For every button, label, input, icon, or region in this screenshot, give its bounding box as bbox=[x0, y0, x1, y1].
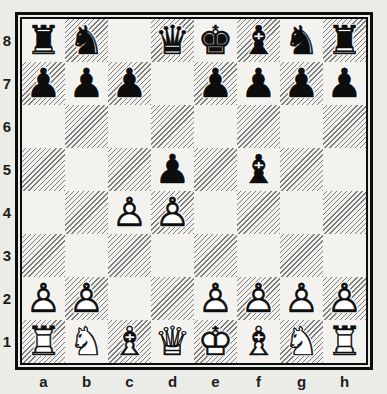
square-e6[interactable] bbox=[194, 105, 237, 148]
square-g3[interactable] bbox=[280, 234, 323, 277]
square-b6[interactable] bbox=[65, 105, 108, 148]
black-pawn-b7[interactable]: ♟ bbox=[65, 62, 108, 105]
black-piece-fill-glyph: ♜ bbox=[323, 18, 366, 61]
white-pawn-a2[interactable]: ♟♙ bbox=[22, 277, 65, 320]
square-f1[interactable]: ♝♗ bbox=[237, 320, 280, 363]
square-f6[interactable] bbox=[237, 105, 280, 148]
black-queen-d8[interactable]: ♛ bbox=[151, 19, 194, 62]
square-a6[interactable] bbox=[22, 105, 65, 148]
board-grid: ♜♞♛♚♝♞♜♟♟♟♟♟♟♟♟♝♟♙♟♙♟♙♟♙♟♙♟♙♟♙♟♙♜♖♞♘♝♗♛♕… bbox=[20, 17, 368, 365]
square-a3[interactable] bbox=[22, 234, 65, 277]
rank-label-4: 4 bbox=[0, 191, 14, 234]
square-h4[interactable] bbox=[323, 191, 366, 234]
white-piece-outline-glyph: ♙ bbox=[280, 276, 323, 319]
black-bishop-f8[interactable]: ♝ bbox=[237, 19, 280, 62]
white-queen-d1[interactable]: ♛♕ bbox=[151, 320, 194, 363]
black-piece-fill-glyph: ♟ bbox=[237, 61, 280, 104]
white-pawn-h2[interactable]: ♟♙ bbox=[323, 277, 366, 320]
white-king-e1[interactable]: ♚♔ bbox=[194, 320, 237, 363]
white-bishop-c1[interactable]: ♝♗ bbox=[108, 320, 151, 363]
square-a8[interactable]: ♜ bbox=[22, 19, 65, 62]
square-c8[interactable] bbox=[108, 19, 151, 62]
black-pawn-h7[interactable]: ♟ bbox=[323, 62, 366, 105]
black-piece-fill-glyph: ♟ bbox=[108, 61, 151, 104]
square-c5[interactable] bbox=[108, 148, 151, 191]
white-piece-outline-glyph: ♗ bbox=[237, 319, 280, 362]
square-g8[interactable]: ♞ bbox=[280, 19, 323, 62]
file-label-h: h bbox=[323, 371, 366, 392]
white-piece-outline-glyph: ♙ bbox=[194, 276, 237, 319]
square-d7[interactable] bbox=[151, 62, 194, 105]
square-h6[interactable] bbox=[323, 105, 366, 148]
rank-label-6: 6 bbox=[0, 105, 14, 148]
black-piece-fill-glyph: ♛ bbox=[151, 18, 194, 61]
file-label-b: b bbox=[65, 371, 108, 392]
square-e4[interactable] bbox=[194, 191, 237, 234]
rank-label-7: 7 bbox=[0, 62, 14, 105]
black-piece-fill-glyph: ♟ bbox=[151, 147, 194, 190]
black-piece-fill-glyph: ♟ bbox=[65, 61, 108, 104]
white-piece-outline-glyph: ♖ bbox=[323, 319, 366, 362]
white-knight-g1[interactable]: ♞♘ bbox=[280, 320, 323, 363]
black-pawn-a7[interactable]: ♟ bbox=[22, 62, 65, 105]
square-e3[interactable] bbox=[194, 234, 237, 277]
square-e2[interactable]: ♟♙ bbox=[194, 277, 237, 320]
square-a4[interactable] bbox=[22, 191, 65, 234]
square-b2[interactable]: ♟♙ bbox=[65, 277, 108, 320]
white-piece-outline-glyph: ♙ bbox=[22, 276, 65, 319]
square-d1[interactable]: ♛♕ bbox=[151, 320, 194, 363]
black-piece-fill-glyph: ♟ bbox=[323, 61, 366, 104]
black-pawn-f7[interactable]: ♟ bbox=[237, 62, 280, 105]
black-piece-fill-glyph: ♟ bbox=[280, 61, 323, 104]
white-piece-outline-glyph: ♘ bbox=[280, 319, 323, 362]
square-f4[interactable] bbox=[237, 191, 280, 234]
square-g4[interactable] bbox=[280, 191, 323, 234]
square-f8[interactable]: ♝ bbox=[237, 19, 280, 62]
white-piece-outline-glyph: ♘ bbox=[65, 319, 108, 362]
rank-labels: 87654321 bbox=[0, 19, 14, 363]
rank-label-5: 5 bbox=[0, 148, 14, 191]
file-label-d: d bbox=[151, 371, 194, 392]
white-piece-outline-glyph: ♔ bbox=[194, 319, 237, 362]
white-piece-outline-glyph: ♖ bbox=[22, 319, 65, 362]
square-c3[interactable] bbox=[108, 234, 151, 277]
file-label-e: e bbox=[194, 371, 237, 392]
white-knight-b1[interactable]: ♞♘ bbox=[65, 320, 108, 363]
black-pawn-c7[interactable]: ♟ bbox=[108, 62, 151, 105]
square-g6[interactable] bbox=[280, 105, 323, 148]
white-piece-outline-glyph: ♙ bbox=[237, 276, 280, 319]
black-rook-h8[interactable]: ♜ bbox=[323, 19, 366, 62]
square-f3[interactable] bbox=[237, 234, 280, 277]
rank-label-1: 1 bbox=[0, 320, 14, 363]
white-pawn-b2[interactable]: ♟♙ bbox=[65, 277, 108, 320]
chess-board: ♜♞♛♚♝♞♜♟♟♟♟♟♟♟♟♝♟♙♟♙♟♙♟♙♟♙♟♙♟♙♟♙♜♖♞♘♝♗♛♕… bbox=[15, 12, 373, 370]
white-rook-h1[interactable]: ♜♖ bbox=[323, 320, 366, 363]
black-knight-g8[interactable]: ♞ bbox=[280, 19, 323, 62]
square-c4[interactable]: ♟♙ bbox=[108, 191, 151, 234]
white-piece-outline-glyph: ♙ bbox=[108, 190, 151, 233]
square-g1[interactable]: ♞♘ bbox=[280, 320, 323, 363]
black-bishop-f5[interactable]: ♝ bbox=[237, 148, 280, 191]
file-label-a: a bbox=[22, 371, 65, 392]
white-pawn-d4[interactable]: ♟♙ bbox=[151, 191, 194, 234]
square-a2[interactable]: ♟♙ bbox=[22, 277, 65, 320]
square-c2[interactable] bbox=[108, 277, 151, 320]
square-b7[interactable]: ♟ bbox=[65, 62, 108, 105]
file-label-g: g bbox=[280, 371, 323, 392]
white-pawn-e2[interactable]: ♟♙ bbox=[194, 277, 237, 320]
black-pawn-d5[interactable]: ♟ bbox=[151, 148, 194, 191]
chess-diagram: 87654321 ♜♞♛♚♝♞♜♟♟♟♟♟♟♟♟♝♟♙♟♙♟♙♟♙♟♙♟♙♟♙♟… bbox=[0, 0, 387, 394]
white-pawn-c4[interactable]: ♟♙ bbox=[108, 191, 151, 234]
square-c6[interactable] bbox=[108, 105, 151, 148]
black-pawn-e7[interactable]: ♟ bbox=[194, 62, 237, 105]
square-b1[interactable]: ♞♘ bbox=[65, 320, 108, 363]
black-piece-fill-glyph: ♜ bbox=[22, 18, 65, 61]
square-a5[interactable] bbox=[22, 148, 65, 191]
file-labels: abcdefgh bbox=[22, 371, 366, 392]
black-rook-a8[interactable]: ♜ bbox=[22, 19, 65, 62]
white-rook-a1[interactable]: ♜♖ bbox=[22, 320, 65, 363]
white-pawn-f2[interactable]: ♟♙ bbox=[237, 277, 280, 320]
square-d6[interactable] bbox=[151, 105, 194, 148]
square-h2[interactable]: ♟♙ bbox=[323, 277, 366, 320]
black-piece-fill-glyph: ♞ bbox=[280, 18, 323, 61]
black-knight-b8[interactable]: ♞ bbox=[65, 19, 108, 62]
square-a1[interactable]: ♜♖ bbox=[22, 320, 65, 363]
white-pawn-g2[interactable]: ♟♙ bbox=[280, 277, 323, 320]
square-h7[interactable]: ♟ bbox=[323, 62, 366, 105]
white-bishop-f1[interactable]: ♝♗ bbox=[237, 320, 280, 363]
black-pawn-g7[interactable]: ♟ bbox=[280, 62, 323, 105]
square-f7[interactable]: ♟ bbox=[237, 62, 280, 105]
square-b8[interactable]: ♞ bbox=[65, 19, 108, 62]
black-piece-fill-glyph: ♚ bbox=[194, 18, 237, 61]
square-d4[interactable]: ♟♙ bbox=[151, 191, 194, 234]
square-f5[interactable]: ♝ bbox=[237, 148, 280, 191]
square-e5[interactable] bbox=[194, 148, 237, 191]
square-f2[interactable]: ♟♙ bbox=[237, 277, 280, 320]
square-h5[interactable] bbox=[323, 148, 366, 191]
square-d2[interactable] bbox=[151, 277, 194, 320]
square-g2[interactable]: ♟♙ bbox=[280, 277, 323, 320]
square-b5[interactable] bbox=[65, 148, 108, 191]
black-piece-fill-glyph: ♟ bbox=[22, 61, 65, 104]
square-d8[interactable]: ♛ bbox=[151, 19, 194, 62]
square-b3[interactable] bbox=[65, 234, 108, 277]
white-piece-outline-glyph: ♙ bbox=[151, 190, 194, 233]
black-piece-fill-glyph: ♞ bbox=[65, 18, 108, 61]
square-h3[interactable] bbox=[323, 234, 366, 277]
black-king-e8[interactable]: ♚ bbox=[194, 19, 237, 62]
black-piece-fill-glyph: ♟ bbox=[194, 61, 237, 104]
square-h8[interactable]: ♜ bbox=[323, 19, 366, 62]
square-g5[interactable] bbox=[280, 148, 323, 191]
square-d3[interactable] bbox=[151, 234, 194, 277]
white-piece-outline-glyph: ♙ bbox=[323, 276, 366, 319]
rank-label-8: 8 bbox=[0, 19, 14, 62]
white-piece-outline-glyph: ♕ bbox=[151, 319, 194, 362]
square-c7[interactable]: ♟ bbox=[108, 62, 151, 105]
square-e8[interactable]: ♚ bbox=[194, 19, 237, 62]
square-c1[interactable]: ♝♗ bbox=[108, 320, 151, 363]
white-piece-outline-glyph: ♙ bbox=[65, 276, 108, 319]
rank-label-3: 3 bbox=[0, 234, 14, 277]
file-label-f: f bbox=[237, 371, 280, 392]
rank-label-2: 2 bbox=[0, 277, 14, 320]
black-piece-fill-glyph: ♝ bbox=[237, 18, 280, 61]
square-e7[interactable]: ♟ bbox=[194, 62, 237, 105]
square-g7[interactable]: ♟ bbox=[280, 62, 323, 105]
square-b4[interactable] bbox=[65, 191, 108, 234]
square-a7[interactable]: ♟ bbox=[22, 62, 65, 105]
square-h1[interactable]: ♜♖ bbox=[323, 320, 366, 363]
file-label-c: c bbox=[108, 371, 151, 392]
black-piece-fill-glyph: ♝ bbox=[237, 147, 280, 190]
square-d5[interactable]: ♟ bbox=[151, 148, 194, 191]
square-e1[interactable]: ♚♔ bbox=[194, 320, 237, 363]
white-piece-outline-glyph: ♗ bbox=[108, 319, 151, 362]
